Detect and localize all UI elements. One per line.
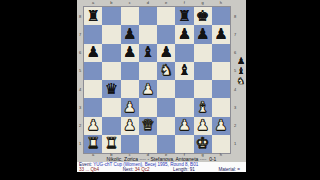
coord-label: g (194, 1, 212, 6)
square-f6 (175, 44, 193, 62)
square-a2: ♟ (84, 117, 102, 135)
material-tray: ♟♝♞ (236, 56, 246, 86)
square-c5 (121, 62, 139, 80)
square-c4 (121, 80, 139, 98)
coord-label: 1 (232, 135, 238, 153)
square-f3 (175, 98, 193, 116)
piece-black-king: ♚ (196, 9, 209, 24)
square-d5 (139, 62, 157, 80)
square-a1: ♜ (84, 135, 102, 153)
square-e5: ♞ (157, 62, 175, 80)
coord-label: b (102, 1, 120, 6)
piece-white-pawn: ♟ (178, 118, 191, 133)
black-player-rating: ---- (200, 156, 207, 162)
square-f8: ♜ (175, 7, 193, 25)
coord-label: 3 (232, 98, 238, 116)
square-a8: ♜ (84, 7, 102, 25)
next-label: Next: (123, 167, 134, 172)
coord-label: 5 (77, 62, 83, 80)
square-h4 (212, 80, 230, 98)
square-g2: ♟ (194, 117, 212, 135)
square-d8 (139, 7, 157, 25)
length-value: 91 (190, 167, 195, 172)
coord-label: d (139, 1, 157, 6)
white-knight-icon: ♞ (237, 76, 245, 86)
square-d3 (139, 98, 157, 116)
game-header: Nikolic, Zorica ---- - Stefanova, Antoan… (77, 157, 246, 162)
piece-white-pawn: ♟ (141, 82, 154, 97)
square-b6 (102, 44, 120, 62)
piece-black-bishop: ♝ (141, 45, 154, 60)
chess-board: ♜♜♚♟♟♟♟♟♟♝♟♞♝♛♟♟♝♟♟♛♟♟♟♜♜♚ (84, 7, 230, 153)
coord-label: 8 (77, 7, 83, 25)
black-bishop-icon: ♝ (237, 66, 245, 76)
square-c6: ♟ (121, 44, 139, 62)
piece-black-rook: ♜ (86, 9, 99, 24)
square-e4 (157, 80, 175, 98)
square-e6: ♟ (157, 44, 175, 62)
coord-label: e (157, 1, 175, 6)
square-g7: ♟ (194, 25, 212, 43)
square-e3 (157, 98, 175, 116)
piece-white-pawn: ♟ (86, 118, 99, 133)
square-h3 (212, 98, 230, 116)
piece-black-pawn: ♟ (214, 27, 227, 42)
square-a6: ♟ (84, 44, 102, 62)
material-label: Material: (218, 167, 236, 172)
square-g8: ♚ (194, 7, 212, 25)
square-a7 (84, 25, 102, 43)
piece-white-pawn: ♟ (196, 118, 209, 133)
piece-black-pawn: ♟ (159, 45, 172, 60)
square-h8 (212, 7, 230, 25)
square-f5: ♝ (175, 62, 193, 80)
square-d6: ♝ (139, 44, 157, 62)
square-a4 (84, 80, 102, 98)
square-g3: ♝ (194, 98, 212, 116)
square-g4 (194, 80, 212, 98)
coord-label: 4 (77, 80, 83, 98)
square-e2 (157, 117, 175, 135)
square-b5 (102, 62, 120, 80)
piece-white-rook: ♜ (86, 136, 99, 151)
next-move: 34 Qc2 (135, 167, 150, 172)
square-b4: ♛ (102, 80, 120, 98)
piece-black-queen: ♛ (105, 82, 118, 97)
black-pawn-icon: ♟ (237, 56, 245, 66)
square-f1 (175, 135, 193, 153)
board-panel: abcdefgh 87654321 ♜♜♚♟♟♟♟♟♟♝♟♞♝♛♟♟♝♟♟♛♟♟… (77, 0, 246, 172)
square-g6 (194, 44, 212, 62)
coord-label: 2 (232, 117, 238, 135)
coord-label: f (175, 1, 193, 6)
last-move: 33 ... Qb4 (79, 167, 99, 172)
players-separator: - (147, 156, 149, 162)
piece-white-queen: ♛ (141, 118, 154, 133)
coord-label: c (121, 1, 139, 6)
coord-label: 2 (77, 117, 83, 135)
game-result: 0-1 (209, 156, 216, 162)
square-a3 (84, 98, 102, 116)
black-player-name: Stefanova, Antoaneta (151, 156, 199, 162)
piece-white-knight: ♞ (159, 63, 172, 78)
piece-black-bishop: ♝ (178, 63, 191, 78)
square-f2: ♟ (175, 117, 193, 135)
rank-labels-left: 87654321 (77, 7, 83, 153)
material-value: = (237, 167, 240, 172)
square-b3 (102, 98, 120, 116)
square-c7: ♟ (121, 25, 139, 43)
coord-label: 6 (77, 44, 83, 62)
white-player-name: Nikolic, Zorica (107, 156, 138, 162)
piece-white-bishop: ♝ (196, 100, 209, 115)
video-frame: abcdefgh 87654321 ♜♜♚♟♟♟♟♟♟♝♟♞♝♛♟♟♝♟♟♛♟♟… (0, 0, 320, 180)
square-h5 (212, 62, 230, 80)
coord-label: 3 (77, 98, 83, 116)
piece-black-pawn: ♟ (123, 27, 136, 42)
square-c1 (121, 135, 139, 153)
piece-white-pawn: ♟ (123, 100, 136, 115)
square-a5 (84, 62, 102, 80)
piece-white-rook: ♜ (105, 136, 118, 151)
square-b8 (102, 7, 120, 25)
square-b7 (102, 25, 120, 43)
square-d4: ♟ (139, 80, 157, 98)
square-h2: ♟ (212, 117, 230, 135)
white-player-rating: ---- (139, 156, 146, 162)
square-d1 (139, 135, 157, 153)
square-f4 (175, 80, 193, 98)
coord-label: a (84, 1, 102, 6)
coord-label: h (212, 1, 230, 6)
square-h7: ♟ (212, 25, 230, 43)
file-labels-top: abcdefgh (84, 1, 230, 6)
status-line: 33 ... Qb4 Next: 34 Qc2 Length: 91 Mater… (77, 167, 246, 172)
length-label: Length: (173, 167, 188, 172)
square-e8 (157, 7, 175, 25)
piece-black-pawn: ♟ (86, 45, 99, 60)
square-f7: ♟ (175, 25, 193, 43)
square-c3: ♟ (121, 98, 139, 116)
coord-label: 7 (77, 25, 83, 43)
square-b1: ♜ (102, 135, 120, 153)
piece-white-king: ♚ (196, 136, 209, 151)
square-e7 (157, 25, 175, 43)
piece-black-pawn: ♟ (178, 27, 191, 42)
coord-label: 7 (232, 25, 238, 43)
square-d7 (139, 25, 157, 43)
square-g5 (194, 62, 212, 80)
piece-white-pawn: ♟ (214, 118, 227, 133)
coord-label: 1 (77, 135, 83, 153)
square-c2: ♟ (121, 117, 139, 135)
square-g1: ♚ (194, 135, 212, 153)
info-strip: Event: YUG-chT Cup (Women), Becej 1995, … (77, 162, 246, 172)
square-h1 (212, 135, 230, 153)
coord-label: 8 (232, 7, 238, 25)
square-b2 (102, 117, 120, 135)
piece-white-pawn: ♟ (123, 118, 136, 133)
piece-black-pawn: ♟ (196, 27, 209, 42)
square-h6 (212, 44, 230, 62)
square-d2: ♛ (139, 117, 157, 135)
piece-black-rook: ♜ (178, 9, 191, 24)
piece-black-pawn: ♟ (123, 45, 136, 60)
square-e1 (157, 135, 175, 153)
square-c8 (121, 7, 139, 25)
